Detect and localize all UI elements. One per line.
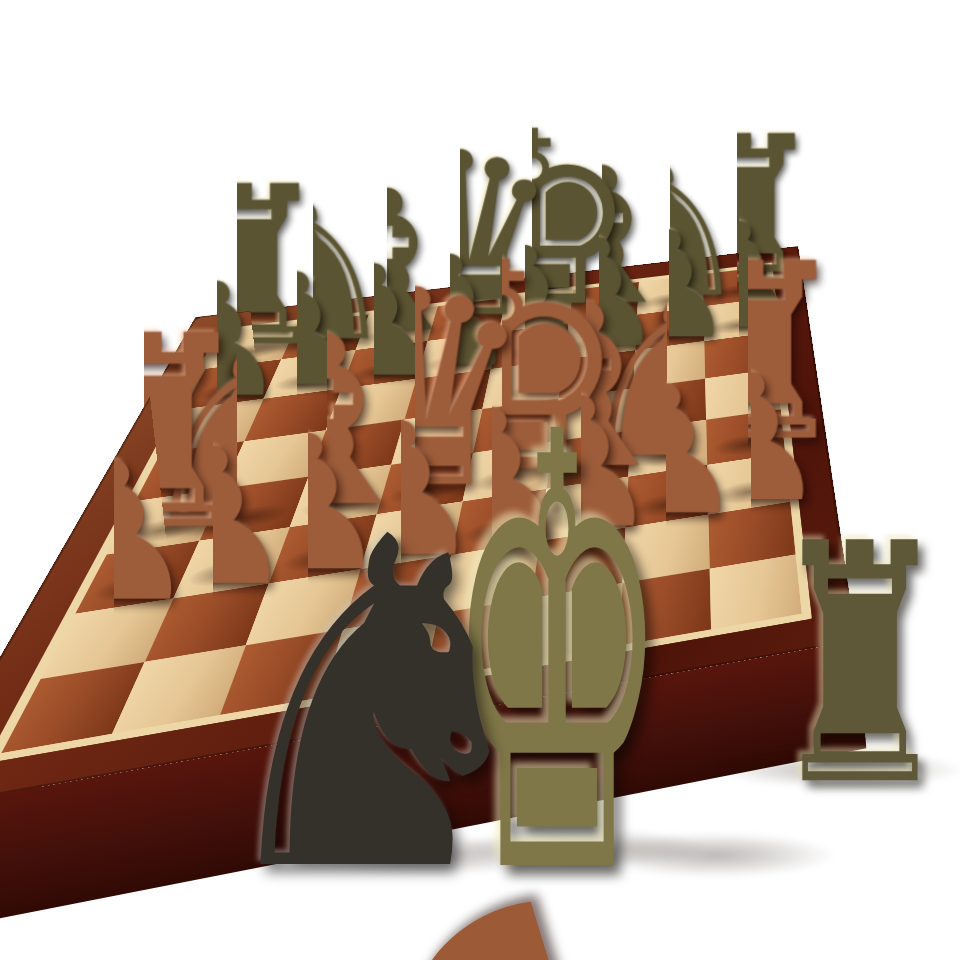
board-scene: ♜♞♝♛♚♝♞♜♟♟♟♟♟♟♟♟♜♞♝♛♚♝♞♜♟♟♟♟♟♟♟♟ [0,0,960,960]
piece-cell-a3: ♟ [75,541,199,614]
rook-ground-shadow [710,752,960,788]
folding-chess-board: ♜♞♝♛♚♝♞♜♟♟♟♟♟♟♟♟♜♞♝♛♚♝♞♜♟♟♟♟♟♟♟♟ [0,246,856,810]
pawn-ground-shadow [590,832,840,878]
chess-set-product-photo: ♜♞♝♛♚♝♞♜♟♟♟♟♟♟♟♟♜♞♝♛♚♝♞♜♟♟♟♟♟♟♟♟ ♜ ♚ ♞ ♟ [0,0,960,960]
knight-ground-shadow [290,835,570,875]
